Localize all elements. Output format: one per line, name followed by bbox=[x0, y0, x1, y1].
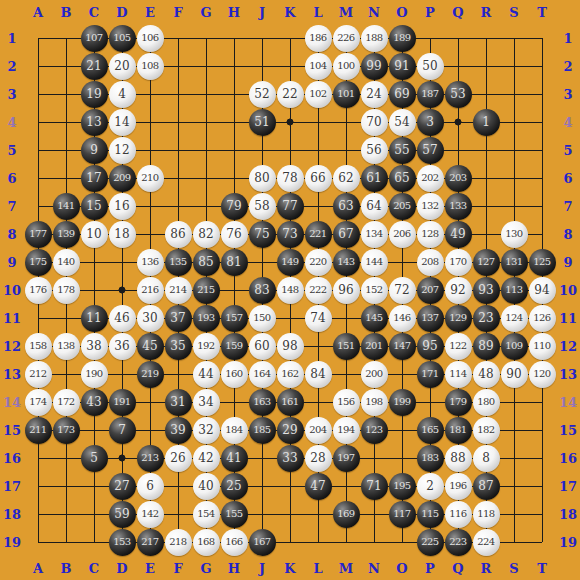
point-F8[interactable]: 86 bbox=[164, 220, 192, 248]
point-P15[interactable]: 165 bbox=[416, 416, 444, 444]
point-S4[interactable] bbox=[500, 108, 528, 136]
point-J1[interactable] bbox=[248, 24, 276, 52]
point-D5[interactable]: 12 bbox=[108, 136, 136, 164]
point-K10[interactable]: 148 bbox=[276, 276, 304, 304]
point-L4[interactable] bbox=[304, 108, 332, 136]
point-J2[interactable] bbox=[248, 52, 276, 80]
point-S14[interactable] bbox=[500, 388, 528, 416]
point-T12[interactable]: 110 bbox=[528, 332, 556, 360]
point-M17[interactable] bbox=[332, 472, 360, 500]
point-J18[interactable] bbox=[248, 500, 276, 528]
point-A19[interactable] bbox=[24, 528, 52, 556]
point-H12[interactable]: 159 bbox=[220, 332, 248, 360]
point-D11[interactable]: 46 bbox=[108, 304, 136, 332]
point-M9[interactable]: 143 bbox=[332, 248, 360, 276]
point-G1[interactable] bbox=[192, 24, 220, 52]
point-R3[interactable] bbox=[472, 80, 500, 108]
point-L13[interactable]: 84 bbox=[304, 360, 332, 388]
point-M2[interactable]: 100 bbox=[332, 52, 360, 80]
point-N17[interactable]: 71 bbox=[360, 472, 388, 500]
point-Q8[interactable]: 49 bbox=[444, 220, 472, 248]
point-K2[interactable] bbox=[276, 52, 304, 80]
point-T13[interactable]: 120 bbox=[528, 360, 556, 388]
point-N3[interactable]: 24 bbox=[360, 80, 388, 108]
point-J11[interactable]: 150 bbox=[248, 304, 276, 332]
point-N14[interactable]: 198 bbox=[360, 388, 388, 416]
point-L5[interactable] bbox=[304, 136, 332, 164]
point-A15[interactable]: 211 bbox=[24, 416, 52, 444]
point-G14[interactable]: 34 bbox=[192, 388, 220, 416]
point-G10[interactable]: 215 bbox=[192, 276, 220, 304]
point-O3[interactable]: 69 bbox=[388, 80, 416, 108]
point-E18[interactable]: 142 bbox=[136, 500, 164, 528]
point-M1[interactable]: 226 bbox=[332, 24, 360, 52]
point-M15[interactable]: 194 bbox=[332, 416, 360, 444]
point-C14[interactable]: 43 bbox=[80, 388, 108, 416]
point-T1[interactable] bbox=[528, 24, 556, 52]
point-S9[interactable]: 131 bbox=[500, 248, 528, 276]
point-L9[interactable]: 220 bbox=[304, 248, 332, 276]
point-K14[interactable]: 161 bbox=[276, 388, 304, 416]
point-H13[interactable]: 160 bbox=[220, 360, 248, 388]
point-E16[interactable]: 213 bbox=[136, 444, 164, 472]
point-G8[interactable]: 82 bbox=[192, 220, 220, 248]
point-P10[interactable]: 207 bbox=[416, 276, 444, 304]
point-G4[interactable] bbox=[192, 108, 220, 136]
point-N13[interactable]: 200 bbox=[360, 360, 388, 388]
point-L16[interactable]: 28 bbox=[304, 444, 332, 472]
point-K18[interactable] bbox=[276, 500, 304, 528]
point-C4[interactable]: 13 bbox=[80, 108, 108, 136]
point-C18[interactable] bbox=[80, 500, 108, 528]
point-F5[interactable] bbox=[164, 136, 192, 164]
point-C5[interactable]: 9 bbox=[80, 136, 108, 164]
point-F12[interactable]: 35 bbox=[164, 332, 192, 360]
point-Q13[interactable]: 114 bbox=[444, 360, 472, 388]
point-M13[interactable] bbox=[332, 360, 360, 388]
point-B16[interactable] bbox=[52, 444, 80, 472]
point-D6[interactable]: 209 bbox=[108, 164, 136, 192]
point-F2[interactable] bbox=[164, 52, 192, 80]
point-A16[interactable] bbox=[24, 444, 52, 472]
point-D7[interactable]: 16 bbox=[108, 192, 136, 220]
point-P1[interactable] bbox=[416, 24, 444, 52]
point-F7[interactable] bbox=[164, 192, 192, 220]
point-O1[interactable]: 189 bbox=[388, 24, 416, 52]
point-B15[interactable]: 173 bbox=[52, 416, 80, 444]
point-P4[interactable]: 3 bbox=[416, 108, 444, 136]
point-O16[interactable] bbox=[388, 444, 416, 472]
point-O8[interactable]: 206 bbox=[388, 220, 416, 248]
point-R1[interactable] bbox=[472, 24, 500, 52]
point-J12[interactable]: 60 bbox=[248, 332, 276, 360]
point-Q4[interactable] bbox=[444, 108, 472, 136]
point-G5[interactable] bbox=[192, 136, 220, 164]
point-R9[interactable]: 127 bbox=[472, 248, 500, 276]
point-H19[interactable]: 166 bbox=[220, 528, 248, 556]
point-A8[interactable]: 177 bbox=[24, 220, 52, 248]
point-K12[interactable]: 98 bbox=[276, 332, 304, 360]
point-P12[interactable]: 95 bbox=[416, 332, 444, 360]
point-N12[interactable]: 201 bbox=[360, 332, 388, 360]
point-E12[interactable]: 45 bbox=[136, 332, 164, 360]
point-S13[interactable]: 90 bbox=[500, 360, 528, 388]
point-E3[interactable] bbox=[136, 80, 164, 108]
point-M14[interactable]: 156 bbox=[332, 388, 360, 416]
point-C16[interactable]: 5 bbox=[80, 444, 108, 472]
point-C7[interactable]: 15 bbox=[80, 192, 108, 220]
point-P14[interactable] bbox=[416, 388, 444, 416]
point-O4[interactable]: 54 bbox=[388, 108, 416, 136]
point-B18[interactable] bbox=[52, 500, 80, 528]
point-M4[interactable] bbox=[332, 108, 360, 136]
point-L6[interactable]: 66 bbox=[304, 164, 332, 192]
point-R10[interactable]: 93 bbox=[472, 276, 500, 304]
point-L11[interactable]: 74 bbox=[304, 304, 332, 332]
point-E11[interactable]: 30 bbox=[136, 304, 164, 332]
point-M8[interactable]: 67 bbox=[332, 220, 360, 248]
point-A1[interactable] bbox=[24, 24, 52, 52]
point-O2[interactable]: 91 bbox=[388, 52, 416, 80]
point-J5[interactable] bbox=[248, 136, 276, 164]
point-Q3[interactable]: 53 bbox=[444, 80, 472, 108]
point-O18[interactable]: 117 bbox=[388, 500, 416, 528]
point-O14[interactable]: 199 bbox=[388, 388, 416, 416]
point-Q9[interactable]: 170 bbox=[444, 248, 472, 276]
point-J15[interactable]: 185 bbox=[248, 416, 276, 444]
point-P17[interactable]: 2 bbox=[416, 472, 444, 500]
point-D19[interactable]: 153 bbox=[108, 528, 136, 556]
point-L10[interactable]: 222 bbox=[304, 276, 332, 304]
point-H15[interactable]: 184 bbox=[220, 416, 248, 444]
point-R16[interactable]: 8 bbox=[472, 444, 500, 472]
point-K15[interactable]: 29 bbox=[276, 416, 304, 444]
point-E4[interactable] bbox=[136, 108, 164, 136]
point-L15[interactable]: 204 bbox=[304, 416, 332, 444]
point-J10[interactable]: 83 bbox=[248, 276, 276, 304]
point-T15[interactable] bbox=[528, 416, 556, 444]
point-D9[interactable] bbox=[108, 248, 136, 276]
point-E15[interactable] bbox=[136, 416, 164, 444]
point-O17[interactable]: 195 bbox=[388, 472, 416, 500]
point-J16[interactable] bbox=[248, 444, 276, 472]
point-E10[interactable]: 216 bbox=[136, 276, 164, 304]
point-T4[interactable] bbox=[528, 108, 556, 136]
point-G18[interactable]: 154 bbox=[192, 500, 220, 528]
point-L14[interactable] bbox=[304, 388, 332, 416]
point-H16[interactable]: 41 bbox=[220, 444, 248, 472]
point-E5[interactable] bbox=[136, 136, 164, 164]
point-R14[interactable]: 180 bbox=[472, 388, 500, 416]
point-A3[interactable] bbox=[24, 80, 52, 108]
point-M10[interactable]: 96 bbox=[332, 276, 360, 304]
point-G16[interactable]: 42 bbox=[192, 444, 220, 472]
point-K5[interactable] bbox=[276, 136, 304, 164]
point-H4[interactable] bbox=[220, 108, 248, 136]
point-D10[interactable] bbox=[108, 276, 136, 304]
point-F6[interactable] bbox=[164, 164, 192, 192]
point-B8[interactable]: 139 bbox=[52, 220, 80, 248]
point-S5[interactable] bbox=[500, 136, 528, 164]
point-D15[interactable]: 7 bbox=[108, 416, 136, 444]
point-B4[interactable] bbox=[52, 108, 80, 136]
point-R17[interactable]: 87 bbox=[472, 472, 500, 500]
point-S18[interactable] bbox=[500, 500, 528, 528]
point-L12[interactable] bbox=[304, 332, 332, 360]
point-G9[interactable]: 85 bbox=[192, 248, 220, 276]
point-H6[interactable] bbox=[220, 164, 248, 192]
point-E14[interactable] bbox=[136, 388, 164, 416]
point-A17[interactable] bbox=[24, 472, 52, 500]
point-T14[interactable] bbox=[528, 388, 556, 416]
point-D14[interactable]: 191 bbox=[108, 388, 136, 416]
point-M7[interactable]: 63 bbox=[332, 192, 360, 220]
point-Q14[interactable]: 179 bbox=[444, 388, 472, 416]
point-H8[interactable]: 76 bbox=[220, 220, 248, 248]
point-N19[interactable] bbox=[360, 528, 388, 556]
point-S10[interactable]: 113 bbox=[500, 276, 528, 304]
point-A11[interactable] bbox=[24, 304, 52, 332]
point-S1[interactable] bbox=[500, 24, 528, 52]
point-K7[interactable]: 77 bbox=[276, 192, 304, 220]
point-N4[interactable]: 70 bbox=[360, 108, 388, 136]
point-H5[interactable] bbox=[220, 136, 248, 164]
point-C15[interactable] bbox=[80, 416, 108, 444]
point-S15[interactable] bbox=[500, 416, 528, 444]
point-H9[interactable]: 81 bbox=[220, 248, 248, 276]
point-H10[interactable] bbox=[220, 276, 248, 304]
point-R5[interactable] bbox=[472, 136, 500, 164]
point-O7[interactable]: 205 bbox=[388, 192, 416, 220]
point-F1[interactable] bbox=[164, 24, 192, 52]
point-P6[interactable]: 202 bbox=[416, 164, 444, 192]
point-P9[interactable]: 208 bbox=[416, 248, 444, 276]
point-T11[interactable]: 126 bbox=[528, 304, 556, 332]
point-C13[interactable]: 190 bbox=[80, 360, 108, 388]
point-G19[interactable]: 168 bbox=[192, 528, 220, 556]
point-J7[interactable]: 58 bbox=[248, 192, 276, 220]
point-B14[interactable]: 172 bbox=[52, 388, 80, 416]
point-B1[interactable] bbox=[52, 24, 80, 52]
point-O15[interactable] bbox=[388, 416, 416, 444]
point-H18[interactable]: 155 bbox=[220, 500, 248, 528]
point-M18[interactable]: 169 bbox=[332, 500, 360, 528]
point-B11[interactable] bbox=[52, 304, 80, 332]
point-N2[interactable]: 99 bbox=[360, 52, 388, 80]
point-N5[interactable]: 56 bbox=[360, 136, 388, 164]
point-N10[interactable]: 152 bbox=[360, 276, 388, 304]
point-S16[interactable] bbox=[500, 444, 528, 472]
point-O19[interactable] bbox=[388, 528, 416, 556]
point-B13[interactable] bbox=[52, 360, 80, 388]
point-K13[interactable]: 162 bbox=[276, 360, 304, 388]
point-C1[interactable]: 107 bbox=[80, 24, 108, 52]
point-B12[interactable]: 138 bbox=[52, 332, 80, 360]
point-N7[interactable]: 64 bbox=[360, 192, 388, 220]
point-K19[interactable] bbox=[276, 528, 304, 556]
point-M5[interactable] bbox=[332, 136, 360, 164]
point-Q2[interactable] bbox=[444, 52, 472, 80]
point-D3[interactable]: 4 bbox=[108, 80, 136, 108]
point-H17[interactable]: 25 bbox=[220, 472, 248, 500]
point-C10[interactable] bbox=[80, 276, 108, 304]
point-Q5[interactable] bbox=[444, 136, 472, 164]
point-K6[interactable]: 78 bbox=[276, 164, 304, 192]
point-R7[interactable] bbox=[472, 192, 500, 220]
point-J9[interactable] bbox=[248, 248, 276, 276]
point-N1[interactable]: 188 bbox=[360, 24, 388, 52]
point-D8[interactable]: 18 bbox=[108, 220, 136, 248]
point-R18[interactable]: 118 bbox=[472, 500, 500, 528]
point-F14[interactable]: 31 bbox=[164, 388, 192, 416]
point-A2[interactable] bbox=[24, 52, 52, 80]
point-E19[interactable]: 217 bbox=[136, 528, 164, 556]
point-N6[interactable]: 61 bbox=[360, 164, 388, 192]
point-T19[interactable] bbox=[528, 528, 556, 556]
point-B19[interactable] bbox=[52, 528, 80, 556]
point-B7[interactable]: 141 bbox=[52, 192, 80, 220]
point-E9[interactable]: 136 bbox=[136, 248, 164, 276]
point-R8[interactable] bbox=[472, 220, 500, 248]
point-B6[interactable] bbox=[52, 164, 80, 192]
point-L19[interactable] bbox=[304, 528, 332, 556]
point-O13[interactable] bbox=[388, 360, 416, 388]
point-K16[interactable]: 33 bbox=[276, 444, 304, 472]
point-G11[interactable]: 193 bbox=[192, 304, 220, 332]
point-S11[interactable]: 124 bbox=[500, 304, 528, 332]
point-F9[interactable]: 135 bbox=[164, 248, 192, 276]
point-J6[interactable]: 80 bbox=[248, 164, 276, 192]
point-Q15[interactable]: 181 bbox=[444, 416, 472, 444]
point-C8[interactable]: 10 bbox=[80, 220, 108, 248]
point-P13[interactable]: 171 bbox=[416, 360, 444, 388]
point-T2[interactable] bbox=[528, 52, 556, 80]
point-H14[interactable] bbox=[220, 388, 248, 416]
point-J8[interactable]: 75 bbox=[248, 220, 276, 248]
point-C17[interactable] bbox=[80, 472, 108, 500]
point-A18[interactable] bbox=[24, 500, 52, 528]
point-D13[interactable] bbox=[108, 360, 136, 388]
point-F15[interactable]: 39 bbox=[164, 416, 192, 444]
point-P5[interactable]: 57 bbox=[416, 136, 444, 164]
point-Q18[interactable]: 116 bbox=[444, 500, 472, 528]
point-F16[interactable]: 26 bbox=[164, 444, 192, 472]
point-A4[interactable] bbox=[24, 108, 52, 136]
point-Q1[interactable] bbox=[444, 24, 472, 52]
point-T18[interactable] bbox=[528, 500, 556, 528]
point-J4[interactable]: 51 bbox=[248, 108, 276, 136]
point-E8[interactable] bbox=[136, 220, 164, 248]
point-O5[interactable]: 55 bbox=[388, 136, 416, 164]
point-G12[interactable]: 192 bbox=[192, 332, 220, 360]
point-F18[interactable] bbox=[164, 500, 192, 528]
point-K11[interactable] bbox=[276, 304, 304, 332]
point-T5[interactable] bbox=[528, 136, 556, 164]
point-F19[interactable]: 218 bbox=[164, 528, 192, 556]
point-L1[interactable]: 186 bbox=[304, 24, 332, 52]
point-F10[interactable]: 214 bbox=[164, 276, 192, 304]
point-S6[interactable] bbox=[500, 164, 528, 192]
point-R12[interactable]: 89 bbox=[472, 332, 500, 360]
point-G6[interactable] bbox=[192, 164, 220, 192]
point-Q7[interactable]: 133 bbox=[444, 192, 472, 220]
point-A5[interactable] bbox=[24, 136, 52, 164]
point-J19[interactable]: 167 bbox=[248, 528, 276, 556]
point-P7[interactable]: 132 bbox=[416, 192, 444, 220]
point-A9[interactable]: 175 bbox=[24, 248, 52, 276]
point-G13[interactable]: 44 bbox=[192, 360, 220, 388]
point-A14[interactable]: 174 bbox=[24, 388, 52, 416]
point-A10[interactable]: 176 bbox=[24, 276, 52, 304]
point-K9[interactable]: 149 bbox=[276, 248, 304, 276]
point-P16[interactable]: 183 bbox=[416, 444, 444, 472]
point-G17[interactable]: 40 bbox=[192, 472, 220, 500]
point-C12[interactable]: 38 bbox=[80, 332, 108, 360]
point-B5[interactable] bbox=[52, 136, 80, 164]
point-E6[interactable]: 210 bbox=[136, 164, 164, 192]
point-G7[interactable] bbox=[192, 192, 220, 220]
point-O10[interactable]: 72 bbox=[388, 276, 416, 304]
point-H1[interactable] bbox=[220, 24, 248, 52]
point-E2[interactable]: 108 bbox=[136, 52, 164, 80]
point-B9[interactable]: 140 bbox=[52, 248, 80, 276]
point-M11[interactable] bbox=[332, 304, 360, 332]
point-D17[interactable]: 27 bbox=[108, 472, 136, 500]
point-T9[interactable]: 125 bbox=[528, 248, 556, 276]
point-K3[interactable]: 22 bbox=[276, 80, 304, 108]
point-C6[interactable]: 17 bbox=[80, 164, 108, 192]
point-S3[interactable] bbox=[500, 80, 528, 108]
point-M19[interactable] bbox=[332, 528, 360, 556]
point-L2[interactable]: 104 bbox=[304, 52, 332, 80]
point-L8[interactable]: 221 bbox=[304, 220, 332, 248]
point-S2[interactable] bbox=[500, 52, 528, 80]
point-R13[interactable]: 48 bbox=[472, 360, 500, 388]
point-P8[interactable]: 128 bbox=[416, 220, 444, 248]
point-B17[interactable] bbox=[52, 472, 80, 500]
point-H3[interactable] bbox=[220, 80, 248, 108]
point-R19[interactable]: 224 bbox=[472, 528, 500, 556]
point-N18[interactable] bbox=[360, 500, 388, 528]
point-J13[interactable]: 164 bbox=[248, 360, 276, 388]
point-H7[interactable]: 79 bbox=[220, 192, 248, 220]
point-P18[interactable]: 115 bbox=[416, 500, 444, 528]
point-Q16[interactable]: 88 bbox=[444, 444, 472, 472]
point-G2[interactable] bbox=[192, 52, 220, 80]
point-C2[interactable]: 21 bbox=[80, 52, 108, 80]
point-T7[interactable] bbox=[528, 192, 556, 220]
point-C19[interactable] bbox=[80, 528, 108, 556]
point-F17[interactable] bbox=[164, 472, 192, 500]
point-P2[interactable]: 50 bbox=[416, 52, 444, 80]
point-D2[interactable]: 20 bbox=[108, 52, 136, 80]
point-G15[interactable]: 32 bbox=[192, 416, 220, 444]
point-M3[interactable]: 101 bbox=[332, 80, 360, 108]
point-R15[interactable]: 182 bbox=[472, 416, 500, 444]
point-D18[interactable]: 59 bbox=[108, 500, 136, 528]
point-L7[interactable] bbox=[304, 192, 332, 220]
point-Q12[interactable]: 122 bbox=[444, 332, 472, 360]
point-N15[interactable]: 123 bbox=[360, 416, 388, 444]
point-N11[interactable]: 145 bbox=[360, 304, 388, 332]
point-Q17[interactable]: 196 bbox=[444, 472, 472, 500]
point-D1[interactable]: 105 bbox=[108, 24, 136, 52]
point-L17[interactable]: 47 bbox=[304, 472, 332, 500]
point-N9[interactable]: 144 bbox=[360, 248, 388, 276]
point-F4[interactable] bbox=[164, 108, 192, 136]
point-S19[interactable] bbox=[500, 528, 528, 556]
point-C11[interactable]: 11 bbox=[80, 304, 108, 332]
